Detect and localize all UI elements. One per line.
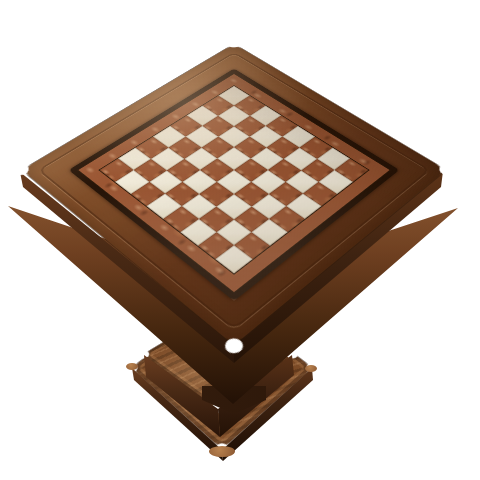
upper-base-corner-notch: [135, 349, 152, 360]
tabletop-corner-notch: [225, 38, 243, 49]
board-recess: [69, 69, 400, 301]
tabletop-corner-notch: [11, 163, 32, 178]
tabletop-corner-notch: [436, 163, 457, 178]
base-foot-front: [209, 446, 235, 457]
chess-table-photo: [0, 0, 480, 480]
table-top: [22, 44, 446, 345]
base-foot-left: [126, 363, 138, 370]
base-foot-right: [305, 365, 317, 372]
burl-border-band: [77, 73, 391, 293]
